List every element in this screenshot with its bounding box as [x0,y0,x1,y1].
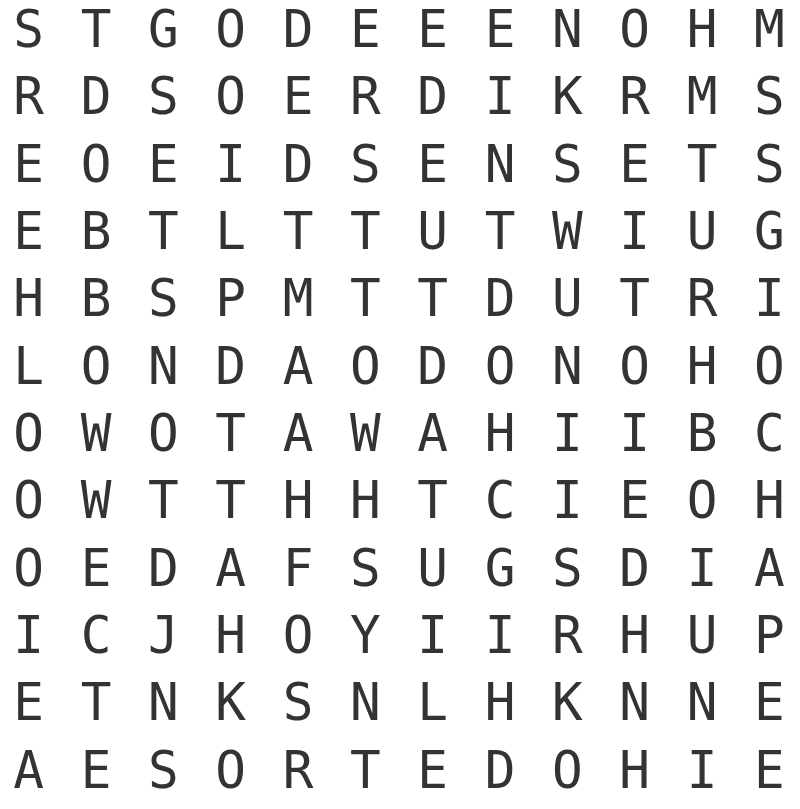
cell-r1c1[interactable]: S [0,0,62,63]
cell-r1c7[interactable]: E [399,0,466,63]
cell-r10c1[interactable]: I [0,602,62,669]
cell-r10c10[interactable]: H [601,602,668,669]
cell-r1c5[interactable]: D [264,0,331,63]
cell-r12c4[interactable]: O [197,737,264,804]
cell-r6c4[interactable]: D [197,333,264,400]
cell-r7c4[interactable]: T [197,400,264,467]
cell-r4c12[interactable]: G [736,198,800,265]
cell-r7c6[interactable]: W [332,400,399,467]
cell-r10c7[interactable]: I [399,602,466,669]
cell-r1c8[interactable]: E [466,0,533,63]
cell-r11c1[interactable]: E [0,669,62,736]
cell-r2c5[interactable]: E [264,63,331,130]
word-search-board: STGODEEENOHMRDSOERDIKRMSEOEIDSENSETSEBTL… [0,0,800,804]
cell-r3c3[interactable]: E [130,131,197,198]
cell-r1c9[interactable]: N [534,0,601,63]
cell-r11c9[interactable]: K [534,669,601,736]
cell-r9c3[interactable]: D [130,535,197,602]
cell-r1c11[interactable]: H [668,0,735,63]
cell-r10c8[interactable]: I [466,602,533,669]
cell-r10c4[interactable]: H [197,602,264,669]
cell-r9c7[interactable]: U [399,535,466,602]
cell-r2c11[interactable]: M [668,63,735,130]
cell-r7c11[interactable]: B [668,400,735,467]
cell-r8c2[interactable]: W [62,467,129,534]
cell-r11c2[interactable]: T [62,669,129,736]
cell-r8c5[interactable]: H [264,467,331,534]
cell-r5c9[interactable]: U [534,265,601,332]
cell-r12c2[interactable]: E [62,737,129,804]
cell-r11c10[interactable]: N [601,669,668,736]
cell-r12c8[interactable]: D [466,737,533,804]
cell-r7c10[interactable]: I [601,400,668,467]
cell-r9c9[interactable]: S [534,535,601,602]
cell-r2c6[interactable]: R [332,63,399,130]
cell-r11c4[interactable]: K [197,669,264,736]
cell-r10c9[interactable]: R [534,602,601,669]
cell-r4c9[interactable]: W [534,198,601,265]
cell-r6c6[interactable]: O [332,333,399,400]
cell-r11c8[interactable]: H [466,669,533,736]
cell-r7c9[interactable]: I [534,400,601,467]
cell-r7c8[interactable]: H [466,400,533,467]
cell-r4c11[interactable]: U [668,198,735,265]
cell-r3c6[interactable]: S [332,131,399,198]
cell-r9c2[interactable]: E [62,535,129,602]
cell-r9c8[interactable]: G [466,535,533,602]
cell-r8c3[interactable]: T [130,467,197,534]
cell-r7c5[interactable]: A [264,400,331,467]
cell-r2c1[interactable]: R [0,63,62,130]
cell-r8c4[interactable]: T [197,467,264,534]
cell-r5c11[interactable]: R [668,265,735,332]
cell-r2c8[interactable]: I [466,63,533,130]
cell-r8c10[interactable]: E [601,467,668,534]
cell-r12c6[interactable]: T [332,737,399,804]
cell-r11c11[interactable]: N [668,669,735,736]
cell-r5c1[interactable]: H [0,265,62,332]
cell-r10c12[interactable]: P [736,602,800,669]
cell-r5c6[interactable]: T [332,265,399,332]
cell-r9c4[interactable]: A [197,535,264,602]
cell-r1c6[interactable]: E [332,0,399,63]
cell-r8c12[interactable]: H [736,467,800,534]
cell-r7c3[interactable]: O [130,400,197,467]
cell-r9c6[interactable]: S [332,535,399,602]
cell-r8c8[interactable]: C [466,467,533,534]
cell-r11c7[interactable]: L [399,669,466,736]
cell-r12c1[interactable]: A [0,737,62,804]
cell-r6c10[interactable]: O [601,333,668,400]
cell-r9c12[interactable]: A [736,535,800,602]
cell-r4c3[interactable]: T [130,198,197,265]
cell-r12c10[interactable]: H [601,737,668,804]
cell-r6c11[interactable]: H [668,333,735,400]
cell-r12c3[interactable]: S [130,737,197,804]
cell-r5c8[interactable]: D [466,265,533,332]
cell-r6c3[interactable]: N [130,333,197,400]
cell-r7c7[interactable]: A [399,400,466,467]
cell-r8c7[interactable]: T [399,467,466,534]
cell-r2c2[interactable]: D [62,63,129,130]
cell-r1c2[interactable]: T [62,0,129,63]
cell-r3c1[interactable]: E [0,131,62,198]
cell-r3c8[interactable]: N [466,131,533,198]
cell-r6c5[interactable]: A [264,333,331,400]
cell-r3c7[interactable]: E [399,131,466,198]
cell-r9c5[interactable]: F [264,535,331,602]
cell-r2c12[interactable]: S [736,63,800,130]
cell-r3c2[interactable]: O [62,131,129,198]
cell-r11c5[interactable]: S [264,669,331,736]
cell-r6c7[interactable]: D [399,333,466,400]
cell-r9c11[interactable]: I [668,535,735,602]
cell-r5c7[interactable]: T [399,265,466,332]
cell-r5c12[interactable]: I [736,265,800,332]
cell-r2c10[interactable]: R [601,63,668,130]
cell-r4c2[interactable]: B [62,198,129,265]
cell-r4c1[interactable]: E [0,198,62,265]
cell-r10c3[interactable]: J [130,602,197,669]
cell-r3c11[interactable]: T [668,131,735,198]
cell-r8c1[interactable]: O [0,467,62,534]
cell-r2c4[interactable]: O [197,63,264,130]
cell-r8c6[interactable]: H [332,467,399,534]
cell-r2c9[interactable]: K [534,63,601,130]
cell-r4c4[interactable]: L [197,198,264,265]
cell-r4c7[interactable]: U [399,198,466,265]
cell-r3c10[interactable]: E [601,131,668,198]
cell-r11c12[interactable]: E [736,669,800,736]
cell-r2c7[interactable]: D [399,63,466,130]
cell-r5c4[interactable]: P [197,265,264,332]
cell-r9c1[interactable]: O [0,535,62,602]
cell-r10c2[interactable]: C [62,602,129,669]
cell-r10c5[interactable]: O [264,602,331,669]
cell-r1c10[interactable]: O [601,0,668,63]
cell-r4c8[interactable]: T [466,198,533,265]
cell-r12c11[interactable]: I [668,737,735,804]
cell-r8c9[interactable]: I [534,467,601,534]
cell-r11c6[interactable]: N [332,669,399,736]
cell-r1c4[interactable]: O [197,0,264,63]
cell-r3c12[interactable]: S [736,131,800,198]
cell-r7c12[interactable]: C [736,400,800,467]
cell-r2c3[interactable]: S [130,63,197,130]
cell-r12c5[interactable]: R [264,737,331,804]
cell-r3c4[interactable]: I [197,131,264,198]
cell-r12c9[interactable]: O [534,737,601,804]
cell-r6c9[interactable]: N [534,333,601,400]
cell-r4c10[interactable]: I [601,198,668,265]
cell-r1c12[interactable]: M [736,0,800,63]
cell-r3c9[interactable]: S [534,131,601,198]
cell-r4c5[interactable]: T [264,198,331,265]
cell-r6c8[interactable]: O [466,333,533,400]
cell-r5c3[interactable]: S [130,265,197,332]
cell-r12c7[interactable]: E [399,737,466,804]
cell-r5c2[interactable]: B [62,265,129,332]
cell-r3c5[interactable]: D [264,131,331,198]
cell-r10c11[interactable]: U [668,602,735,669]
cell-r11c3[interactable]: N [130,669,197,736]
cell-r1c3[interactable]: G [130,0,197,63]
cell-r6c1[interactable]: L [0,333,62,400]
cell-r8c11[interactable]: O [668,467,735,534]
cell-r9c10[interactable]: D [601,535,668,602]
cell-r6c2[interactable]: O [62,333,129,400]
cell-r4c6[interactable]: T [332,198,399,265]
cell-r12c12[interactable]: E [736,737,800,804]
cell-r10c6[interactable]: Y [332,602,399,669]
cell-r5c5[interactable]: M [264,265,331,332]
cell-r5c10[interactable]: T [601,265,668,332]
cell-r6c12[interactable]: O [736,333,800,400]
cell-r7c2[interactable]: W [62,400,129,467]
cell-r7c1[interactable]: O [0,400,62,467]
